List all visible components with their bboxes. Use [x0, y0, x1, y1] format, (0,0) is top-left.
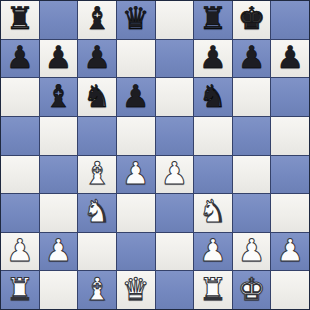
square-b6[interactable]: ♝ [40, 78, 78, 116]
square-g4[interactable] [233, 156, 271, 194]
square-b7[interactable]: ♟ [40, 40, 78, 78]
square-h6[interactable] [271, 78, 309, 116]
piece-white-king[interactable]: ♚ [238, 274, 266, 305]
square-a7[interactable]: ♟ [1, 40, 39, 78]
square-d7[interactable] [117, 40, 155, 78]
square-d6[interactable]: ♟ [117, 78, 155, 116]
piece-white-pawn[interactable]: ♟ [238, 235, 266, 266]
piece-white-rook[interactable]: ♜ [199, 274, 227, 305]
piece-white-queen[interactable]: ♛ [122, 274, 150, 305]
chess-board: ♜♝♛♜♚♟♟♟♟♟♟♝♞♟♞♝♟♟♞♞♟♟♟♟♟♜♝♛♜♚ [0, 0, 310, 310]
square-g7[interactable]: ♟ [233, 40, 271, 78]
square-e4[interactable]: ♟ [156, 156, 194, 194]
square-b5[interactable] [40, 117, 78, 155]
square-f3[interactable]: ♞ [194, 194, 232, 232]
square-a4[interactable] [1, 156, 39, 194]
piece-black-pawn[interactable]: ♟ [83, 42, 111, 73]
square-a6[interactable] [1, 78, 39, 116]
piece-black-pawn[interactable]: ♟ [122, 81, 150, 112]
piece-black-bishop[interactable]: ♝ [83, 3, 111, 34]
piece-white-bishop[interactable]: ♝ [83, 158, 111, 189]
square-h7[interactable]: ♟ [271, 40, 309, 78]
square-e3[interactable] [156, 194, 194, 232]
square-d5[interactable] [117, 117, 155, 155]
square-a2[interactable]: ♟ [1, 233, 39, 271]
piece-black-pawn[interactable]: ♟ [199, 42, 227, 73]
square-e6[interactable] [156, 78, 194, 116]
piece-white-pawn[interactable]: ♟ [6, 235, 34, 266]
square-g5[interactable] [233, 117, 271, 155]
square-a1[interactable]: ♜ [1, 271, 39, 309]
square-g1[interactable]: ♚ [233, 271, 271, 309]
square-h8[interactable] [271, 1, 309, 39]
square-d3[interactable] [117, 194, 155, 232]
piece-black-pawn[interactable]: ♟ [6, 42, 34, 73]
square-e8[interactable] [156, 1, 194, 39]
piece-black-queen[interactable]: ♛ [122, 3, 150, 34]
square-f7[interactable]: ♟ [194, 40, 232, 78]
piece-black-bishop[interactable]: ♝ [45, 81, 73, 112]
piece-white-pawn[interactable]: ♟ [45, 235, 73, 266]
square-g2[interactable]: ♟ [233, 233, 271, 271]
square-e5[interactable] [156, 117, 194, 155]
piece-black-pawn[interactable]: ♟ [45, 42, 73, 73]
square-c6[interactable]: ♞ [78, 78, 116, 116]
piece-white-pawn[interactable]: ♟ [276, 235, 304, 266]
square-h5[interactable] [271, 117, 309, 155]
square-f2[interactable]: ♟ [194, 233, 232, 271]
square-g6[interactable] [233, 78, 271, 116]
piece-black-pawn[interactable]: ♟ [276, 42, 304, 73]
piece-black-knight[interactable]: ♞ [83, 81, 111, 112]
square-c8[interactable]: ♝ [78, 1, 116, 39]
square-d8[interactable]: ♛ [117, 1, 155, 39]
square-b2[interactable]: ♟ [40, 233, 78, 271]
square-h3[interactable] [271, 194, 309, 232]
square-c2[interactable] [78, 233, 116, 271]
square-b8[interactable] [40, 1, 78, 39]
square-f4[interactable] [194, 156, 232, 194]
square-g8[interactable]: ♚ [233, 1, 271, 39]
square-b4[interactable] [40, 156, 78, 194]
piece-white-pawn[interactable]: ♟ [122, 158, 150, 189]
square-g3[interactable] [233, 194, 271, 232]
square-d4[interactable]: ♟ [117, 156, 155, 194]
square-f6[interactable]: ♞ [194, 78, 232, 116]
square-c5[interactable] [78, 117, 116, 155]
piece-white-rook[interactable]: ♜ [6, 274, 34, 305]
square-d2[interactable] [117, 233, 155, 271]
square-a3[interactable] [1, 194, 39, 232]
piece-white-pawn[interactable]: ♟ [199, 235, 227, 266]
square-h2[interactable]: ♟ [271, 233, 309, 271]
square-f8[interactable]: ♜ [194, 1, 232, 39]
square-c4[interactable]: ♝ [78, 156, 116, 194]
square-e7[interactable] [156, 40, 194, 78]
piece-white-knight[interactable]: ♞ [199, 196, 227, 227]
square-c1[interactable]: ♝ [78, 271, 116, 309]
square-a5[interactable] [1, 117, 39, 155]
piece-white-pawn[interactable]: ♟ [160, 158, 188, 189]
square-d1[interactable]: ♛ [117, 271, 155, 309]
square-a8[interactable]: ♜ [1, 1, 39, 39]
square-h1[interactable] [271, 271, 309, 309]
piece-black-king[interactable]: ♚ [238, 3, 266, 34]
piece-black-rook[interactable]: ♜ [199, 3, 227, 34]
square-h4[interactable] [271, 156, 309, 194]
square-c7[interactable]: ♟ [78, 40, 116, 78]
piece-black-knight[interactable]: ♞ [199, 81, 227, 112]
piece-white-bishop[interactable]: ♝ [83, 274, 111, 305]
piece-black-rook[interactable]: ♜ [6, 3, 34, 34]
square-b1[interactable] [40, 271, 78, 309]
square-f5[interactable] [194, 117, 232, 155]
square-e1[interactable] [156, 271, 194, 309]
piece-black-pawn[interactable]: ♟ [238, 42, 266, 73]
square-f1[interactable]: ♜ [194, 271, 232, 309]
piece-white-knight[interactable]: ♞ [83, 196, 111, 227]
square-b3[interactable] [40, 194, 78, 232]
square-c3[interactable]: ♞ [78, 194, 116, 232]
square-e2[interactable] [156, 233, 194, 271]
